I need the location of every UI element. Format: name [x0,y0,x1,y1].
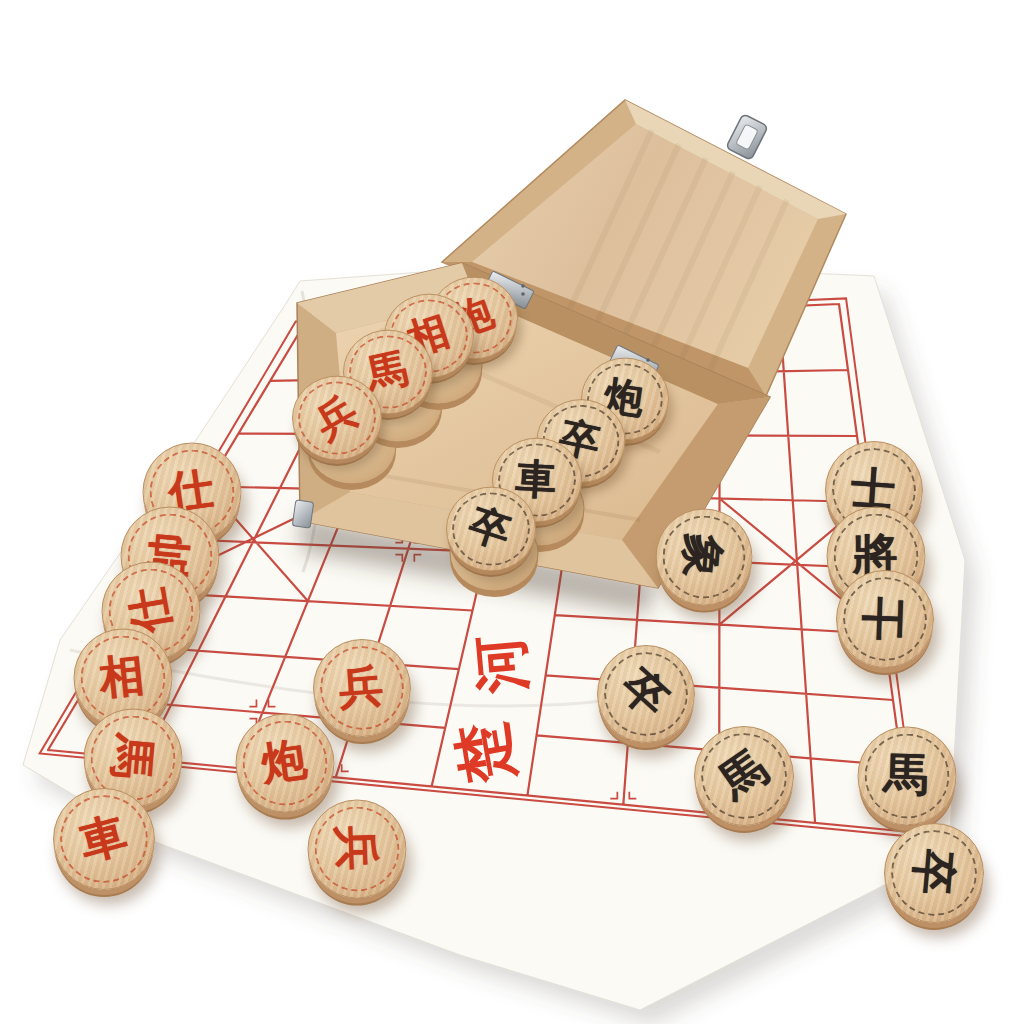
piece-character: 馬 [856,725,956,825]
piece-black-horse[interactable]: 馬 [858,727,957,826]
piece-red-soldier[interactable]: 兵 [292,373,382,463]
piece-red-cannon[interactable]: 炮 [236,714,335,813]
piece-black-soldier[interactable]: 卒 [446,484,536,574]
piece-character: 卒 [577,625,713,761]
piece-black-elephant[interactable]: 象 [656,509,753,606]
piece-character: 士 [834,568,933,667]
piece-character: 象 [652,505,755,608]
piece-red-chariot[interactable]: 車 [53,788,155,890]
piece-character: 兵 [276,357,396,477]
piece-character: 卒 [435,473,546,584]
piece-character: 卒 [880,819,986,925]
piece-red-soldier[interactable]: 兵 [308,800,407,899]
piece-black-soldier[interactable]: 卒 [884,823,984,923]
product-photo-scene: 河 楚 炮相馬炮兵卒車士仕卒帥將象仕士相兵卒馬炮馬馬車兵卒 [0,0,1024,1024]
piece-character: 兵 [306,798,406,898]
piece-black-advisor[interactable]: 士 [836,570,934,668]
piece-black-soldier[interactable]: 卒 [597,645,695,743]
piece-black-horse[interactable]: 馬 [694,726,794,826]
piece-character: 車 [42,777,164,899]
river-char-chu: 楚 [445,717,525,789]
piece-character: 馬 [675,707,811,843]
river-char-he: 河 [465,632,538,697]
